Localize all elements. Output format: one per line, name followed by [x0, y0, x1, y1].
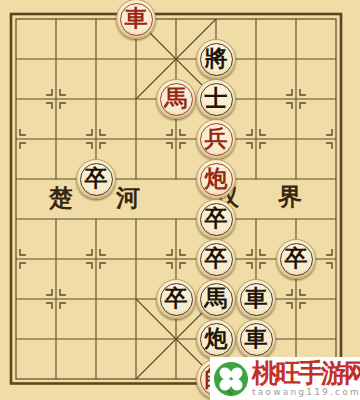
- piece-red-cannon[interactable]: 炮: [196, 159, 236, 199]
- watermark-site-name: 桃旺手游网: [252, 361, 360, 386]
- piece-glyph: 兵: [205, 127, 228, 151]
- piece-red-chariot[interactable]: 車: [116, 0, 156, 39]
- piece-red-horse[interactable]: 馬: [156, 79, 196, 119]
- piece-glyph: 炮: [205, 327, 228, 351]
- piece-glyph: 車: [125, 7, 148, 31]
- piece-black-advisor[interactable]: 士: [196, 79, 236, 119]
- piece-black-soldier[interactable]: 卒: [156, 279, 196, 319]
- piece-black-horse[interactable]: 馬: [196, 279, 236, 319]
- piece-glyph: 炮: [205, 167, 228, 191]
- watermark-site-url: taowang119.com: [252, 387, 360, 397]
- piece-red-soldier[interactable]: 兵: [196, 119, 236, 159]
- board-pieces-layer: 車將馬士兵卒炮卒卒卒卒馬車炮車帥: [0, 0, 356, 399]
- piece-black-soldier[interactable]: 卒: [196, 199, 236, 239]
- watermark-text: 桃旺手游网 taowang119.com: [252, 361, 360, 397]
- piece-black-general[interactable]: 將: [196, 39, 236, 79]
- piece-black-soldier[interactable]: 卒: [196, 239, 236, 279]
- piece-glyph: 卒: [85, 167, 108, 191]
- piece-glyph: 卒: [285, 247, 308, 271]
- piece-glyph: 卒: [205, 207, 228, 231]
- clover-logo-icon: [213, 361, 249, 397]
- piece-glyph: 車: [245, 287, 268, 311]
- piece-glyph: 卒: [165, 287, 188, 311]
- piece-glyph: 卒: [205, 247, 228, 271]
- watermark: 桃旺手游网 taowang119.com: [210, 357, 360, 400]
- piece-glyph: 車: [245, 327, 268, 351]
- piece-glyph: 馬: [205, 287, 228, 311]
- piece-glyph: 士: [205, 87, 228, 111]
- piece-black-soldier[interactable]: 卒: [276, 239, 316, 279]
- piece-glyph: 將: [205, 47, 228, 71]
- piece-glyph: 馬: [165, 87, 188, 111]
- xiangqi-game-window: 楚 河 汉 界 車將馬士兵卒炮卒卒卒卒馬車炮車帥 桃旺手游网 taowang11…: [0, 0, 360, 400]
- piece-black-chariot[interactable]: 車: [236, 319, 276, 359]
- piece-black-chariot[interactable]: 車: [236, 279, 276, 319]
- piece-black-soldier[interactable]: 卒: [76, 159, 116, 199]
- piece-black-cannon[interactable]: 炮: [196, 319, 236, 359]
